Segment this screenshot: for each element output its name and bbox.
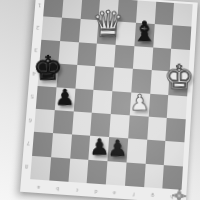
square-a7	[32, 132, 53, 157]
square-f6	[128, 115, 148, 140]
square-g1	[154, 2, 174, 26]
white-pawn-piece: ♟	[130, 93, 150, 113]
square-e3	[114, 45, 134, 69]
square-b7	[51, 133, 72, 158]
square-f3	[133, 46, 153, 70]
white-queen-piece: ♛	[91, 9, 124, 41]
compass-rose-logo-icon	[172, 188, 187, 200]
square-g5	[148, 93, 168, 118]
file-label-c: c	[74, 187, 80, 193]
square-c5	[73, 88, 93, 113]
file-label-b: b	[55, 186, 61, 192]
black-pawn-piece: ♟	[55, 88, 75, 108]
photo-background: ♛♝♚♚♟♟♟♟ 12345678 abcdefgh	[0, 0, 200, 200]
square-a6	[34, 109, 55, 134]
rank-label-1: 1	[36, 2, 43, 7]
square-c8	[68, 158, 89, 183]
rank-label-8: 8	[23, 164, 30, 170]
square-c4	[75, 65, 95, 89]
square-h5	[167, 95, 187, 120]
file-label-d: d	[93, 189, 99, 195]
square-g8	[144, 163, 164, 188]
black-king-piece: ♚	[33, 53, 64, 83]
rank-label-5: 5	[29, 94, 36, 99]
square-h8	[163, 165, 183, 190]
rank-label-7: 7	[25, 140, 32, 146]
square-b8	[49, 157, 70, 182]
square-a2	[41, 17, 61, 41]
square-c3	[77, 42, 97, 66]
white-king-piece: ♚	[164, 62, 195, 92]
square-a8	[30, 156, 51, 181]
square-b6	[53, 110, 74, 135]
square-d4	[94, 66, 114, 90]
square-c7	[70, 135, 91, 160]
square-d3	[95, 43, 115, 67]
square-f8	[125, 162, 145, 187]
black-pawn-piece: ♟	[89, 137, 109, 157]
square-h1	[173, 3, 193, 27]
square-c6	[72, 111, 92, 136]
rank-label-2: 2	[34, 25, 41, 30]
square-g6	[147, 117, 167, 142]
file-label-a: a	[36, 185, 42, 191]
square-b1	[62, 0, 82, 19]
square-h6	[166, 118, 186, 143]
square-b2	[60, 18, 80, 42]
black-bishop-piece: ♝	[132, 19, 157, 44]
board-grid: ♛♝♚♚♟♟♟♟	[30, 0, 193, 190]
square-e8	[106, 161, 127, 186]
file-label-f: f	[130, 191, 136, 197]
square-d5	[92, 89, 112, 114]
rank-label-6: 6	[27, 117, 34, 122]
square-d8	[87, 159, 108, 184]
square-f7	[126, 139, 146, 164]
square-g7	[145, 140, 165, 165]
square-h2	[171, 26, 191, 50]
file-label-e: e	[112, 190, 118, 196]
square-e5	[111, 91, 131, 116]
square-h7	[164, 141, 184, 166]
black-pawn-piece: ♟	[108, 138, 128, 158]
chess-board: ♛♝♚♚♟♟♟♟ 12345678 abcdefgh	[20, 0, 198, 200]
square-e4	[112, 68, 132, 92]
file-label-g: g	[149, 193, 155, 199]
square-a5	[36, 85, 57, 110]
square-a1	[43, 0, 63, 18]
